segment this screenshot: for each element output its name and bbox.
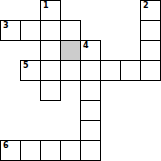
- crossword-cell[interactable]: [140, 20, 161, 41]
- clue-number: 4: [83, 41, 89, 50]
- crossword-cell[interactable]: [140, 40, 161, 61]
- crossword-cell[interactable]: 1: [40, 0, 61, 21]
- clue-number: 6: [3, 141, 9, 150]
- crossword-cell[interactable]: [60, 140, 81, 161]
- clue-number: 5: [23, 61, 29, 70]
- crossword-cell[interactable]: 5: [20, 60, 41, 81]
- crossword-cell[interactable]: [40, 80, 61, 101]
- crossword-cell[interactable]: [120, 60, 141, 81]
- crossword-cell[interactable]: 2: [140, 0, 161, 21]
- clue-number: 3: [3, 21, 9, 30]
- clue-number: 1: [43, 1, 49, 10]
- crossword-cell[interactable]: [20, 20, 41, 41]
- crossword-cell[interactable]: [60, 20, 81, 41]
- crossword-board: 123456: [0, 0, 161, 161]
- crossword-cell[interactable]: [80, 100, 101, 121]
- crossword-cell[interactable]: [20, 140, 41, 161]
- crossword-cell[interactable]: [40, 60, 61, 81]
- crossword-cell[interactable]: [80, 140, 101, 161]
- crossword-cell[interactable]: [100, 60, 121, 81]
- crossword-cell-shaded[interactable]: [60, 40, 81, 61]
- clue-number: 2: [143, 1, 149, 10]
- crossword-cell[interactable]: 6: [0, 140, 21, 161]
- crossword-cell[interactable]: [40, 140, 61, 161]
- crossword-cell[interactable]: [80, 120, 101, 141]
- crossword-cell[interactable]: [40, 40, 61, 61]
- crossword-cell[interactable]: 4: [80, 40, 101, 61]
- crossword-grid: 123456: [0, 0, 161, 161]
- crossword-cell[interactable]: [60, 60, 81, 81]
- crossword-cell[interactable]: [80, 80, 101, 101]
- crossword-cell[interactable]: [140, 60, 161, 81]
- crossword-cell[interactable]: 3: [0, 20, 21, 41]
- crossword-cell[interactable]: [40, 20, 61, 41]
- crossword-cell[interactable]: [80, 60, 101, 81]
